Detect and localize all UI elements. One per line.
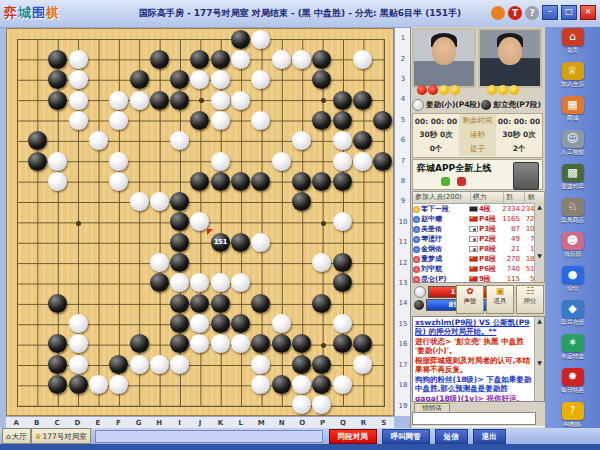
black-stone <box>190 50 209 69</box>
black-stone <box>231 172 250 191</box>
black-stone <box>231 233 250 252</box>
black-stone <box>373 152 392 171</box>
white-stone <box>170 355 189 374</box>
black-stone <box>150 273 169 292</box>
tab-lobby-label: 大厅 <box>12 430 27 443</box>
white-stone <box>353 152 372 171</box>
black-stone-icon <box>414 300 424 310</box>
header-participants: 参加人员(200) <box>413 192 471 203</box>
black-player-photo <box>478 28 542 88</box>
white-player-roses <box>417 85 460 95</box>
minimize-button[interactable]: – <box>542 5 558 20</box>
black-stone <box>211 172 230 191</box>
black-stone <box>312 70 331 89</box>
white-stone <box>312 395 331 414</box>
white-stone <box>69 314 88 333</box>
呼叫网管-button[interactable]: 呼叫网管 <box>382 429 430 444</box>
black-stone <box>170 253 189 272</box>
white-stone <box>211 273 230 292</box>
white-stone <box>69 50 88 69</box>
list-rows: 零下一段4段23342340赵中耀P4段1165722吴垂佑P3段87101琴迣… <box>413 204 544 284</box>
medal-icon <box>413 276 420 283</box>
black-stone <box>231 30 250 49</box>
white-stone <box>231 334 250 353</box>
black-timer-value: 2个 <box>496 144 542 154</box>
black-player-name-box: 彭立尧(P7段) <box>480 98 544 112</box>
black-stone <box>312 50 331 69</box>
participant-list: 参加人员(200) 棋力 胜 败 零下一段4段23342340赵中耀P4段116… <box>412 191 545 283</box>
medal-icon <box>413 216 420 223</box>
black-stone <box>292 355 311 374</box>
flag-icon <box>469 236 478 242</box>
white-stone <box>251 111 270 130</box>
black-stone <box>170 212 189 231</box>
black-stone <box>333 334 352 353</box>
black-stone <box>170 334 189 353</box>
hand-icon[interactable] <box>491 6 505 20</box>
black-stone <box>211 50 230 69</box>
rose-icon <box>487 85 497 95</box>
white-stone <box>150 253 169 272</box>
black-stone <box>190 294 209 313</box>
chat-input[interactable] <box>412 412 536 425</box>
black-stone <box>333 273 352 292</box>
button-icon: ☷ <box>517 286 543 297</box>
white-stone <box>251 70 270 89</box>
black-stone <box>48 294 67 313</box>
sidebar-menu: ⌂首页♕加入会员▦商城☺人工智能▩便捷对弈♘弈具商店☻俱乐部●论坛◆弈豆充值✶幸… <box>545 27 600 428</box>
black-stone <box>292 192 311 211</box>
stones-layer: 151 <box>7 29 393 415</box>
sidebar-item-商城[interactable]: ▦商城 <box>545 96 600 129</box>
header-rank: 棋力 <box>471 192 504 203</box>
white-stone <box>109 111 128 130</box>
white-stone <box>69 70 88 89</box>
white-stone <box>109 375 128 394</box>
black-stone <box>150 50 169 69</box>
sidebar-item-加入会员[interactable]: ♕加入会员 <box>545 62 600 95</box>
black-stone <box>109 355 128 374</box>
white-stone <box>272 314 291 333</box>
white-stone-icon <box>412 99 424 111</box>
sidebar-item-弈具商店[interactable]: ♘弈具商店 <box>545 198 600 231</box>
white-stone <box>130 192 149 211</box>
go-client-window: 弈城围棋 国际高手房 - 177号对局室 对局结束 - (黑 中盘胜) - 分先… <box>0 0 600 450</box>
sidebar-item-人工智能[interactable]: ☺人工智能 <box>545 130 600 163</box>
white-stone <box>130 91 149 110</box>
bottom-bar: ⌂大厅 ♛177号对局室 同段对局呼叫网管短信退出 <box>0 428 600 444</box>
list-item[interactable]: 昆仑(P)9段11556 <box>413 274 544 284</box>
timer-label: 提子 <box>459 142 496 156</box>
black-stone <box>353 91 372 110</box>
go-board[interactable]: 151 <box>6 28 394 416</box>
white-stone <box>89 131 108 150</box>
black-timer-value: 30秒 0次 <box>496 130 542 140</box>
list-item[interactable]: 赵中耀P4段1165722 <box>413 214 544 224</box>
white-stone <box>231 50 250 69</box>
medal-icon <box>413 226 420 233</box>
white-stone <box>251 233 270 252</box>
white-stone <box>333 131 352 150</box>
black-stone <box>333 172 352 191</box>
white-stone <box>211 70 230 89</box>
list-item[interactable]: 琴迣玗P2段4977 <box>413 234 544 244</box>
rose-icon <box>498 85 508 95</box>
white-stone <box>109 91 128 110</box>
black-stone <box>333 91 352 110</box>
black-stone <box>150 91 169 110</box>
flag-icon <box>469 276 478 282</box>
apple-icon <box>457 177 466 186</box>
退出-button[interactable]: 退出 <box>473 429 506 444</box>
white-stone <box>48 172 67 191</box>
black-stone <box>48 355 67 374</box>
app-banner[interactable]: 弈城APP全新上线 <box>412 159 543 190</box>
crown-icon: ♛ <box>35 430 42 443</box>
sidebar-item-俱乐部[interactable]: ☻俱乐部 <box>545 232 600 265</box>
black-stone <box>48 91 67 110</box>
timer-label: 剩余时间 <box>459 114 496 128</box>
black-player-name: 彭立尧(P7段) <box>493 100 541 110</box>
black-stone <box>28 131 47 150</box>
black-stone <box>130 70 149 89</box>
短信-button[interactable]: 短信 <box>435 429 468 444</box>
white-stone <box>109 152 128 171</box>
header-losses: 败 <box>525 192 544 203</box>
white-stone <box>109 172 128 191</box>
flag-icon <box>469 256 478 262</box>
black-stone <box>211 314 230 333</box>
white-stone <box>130 355 149 374</box>
help-icon[interactable]: ? <box>525 6 539 20</box>
black-stone <box>251 334 270 353</box>
black-stone <box>333 253 352 272</box>
black-stone <box>353 334 372 353</box>
message-input[interactable] <box>95 430 323 443</box>
商城-icon: ▦ <box>562 96 584 114</box>
flag-icon <box>469 226 478 232</box>
black-stone <box>333 111 352 130</box>
white-stone <box>69 111 88 130</box>
rose-icon <box>428 85 438 95</box>
black-stone <box>251 294 270 313</box>
chat-message: 狗狗的粉丝(18级)> 下盘如果姜勋中盘胜,那么预测盘是姜勋胜 <box>413 374 544 393</box>
white-stone <box>292 395 311 414</box>
弈具商店-icon: ♘ <box>562 198 584 216</box>
chat-message: xswzhlm(P9段) VS 公斯凯(P9段) 的押分对局开始。** <box>413 317 544 336</box>
chat-message: 根据弈城规则及对局者的认可,本结果将不再反复。 <box>413 355 544 374</box>
timer-label: 读秒 <box>459 128 496 142</box>
list-item[interactable]: 零下一段4段23342340 <box>413 204 544 214</box>
white-stone <box>231 273 250 292</box>
sidebar-item-首页[interactable]: ⌂首页 <box>545 28 600 61</box>
加入会员-icon: ♕ <box>562 62 584 80</box>
chat-message: gaga(18级)(1v)> 祝你好运。 <box>413 393 544 402</box>
white-player-name-box: 姜勋(小)(P4段) <box>411 98 480 112</box>
home-icon: ⌂ <box>6 430 11 443</box>
black-stone: 151 <box>211 233 230 252</box>
white-stone <box>89 375 108 394</box>
medal-icon <box>413 266 420 273</box>
black-stone <box>190 111 209 130</box>
black-stone-icon <box>481 100 491 110</box>
black-stone <box>48 70 67 89</box>
black-stone <box>312 355 331 374</box>
white-stone <box>292 50 311 69</box>
black-stone <box>170 91 189 110</box>
black-stone <box>170 294 189 313</box>
white-stone <box>292 131 311 150</box>
white-stone-icon <box>414 286 426 298</box>
black-stone <box>312 294 331 313</box>
AI教练-icon: ? <box>562 402 584 420</box>
black-stone <box>251 172 270 191</box>
black-stone <box>312 111 331 130</box>
white-stone <box>353 355 372 374</box>
white-stone <box>211 91 230 110</box>
论坛-icon: ● <box>562 266 584 284</box>
white-stone <box>69 355 88 374</box>
white-stone <box>211 152 230 171</box>
list-item[interactable]: 刘宇航P6段740513 <box>413 264 544 274</box>
black-stone <box>190 172 209 191</box>
status-strip <box>0 444 600 450</box>
timer-panel: 00: 00: 00剩余时间00: 00: 0030秒 0次读秒30秒 0次0个… <box>412 113 543 158</box>
white-stone <box>333 314 352 333</box>
white-stone <box>190 314 209 333</box>
black-timer-value: 00: 00: 00 <box>496 117 542 126</box>
window-title: 国际高手房 - 177号对局室 对局结束 - (黑 中盘胜) - 分先: 黑贴6… <box>120 7 480 20</box>
white-stone <box>69 334 88 353</box>
phone-image <box>513 162 539 190</box>
white-stone <box>150 355 169 374</box>
white-stone <box>353 50 372 69</box>
right-panel: 姜勋(小)(P4段) 彭立尧(P7段) 00: 00: 00剩余时间00: 00… <box>410 27 545 428</box>
flag-icon <box>469 216 478 222</box>
每日特惠-icon: ✸ <box>562 368 584 386</box>
bottom-buttons: 同段对局呼叫网管短信退出 <box>329 429 506 444</box>
sidebar-item-幸运转盘[interactable]: ✶幸运转盘 <box>545 334 600 367</box>
black-stone <box>312 375 331 394</box>
medal-icon <box>413 206 420 213</box>
white-player-photo <box>412 28 476 88</box>
white-stone <box>272 50 291 69</box>
black-stone <box>272 334 291 353</box>
sidebar-item-便捷对弈[interactable]: ▩便捷对弈 <box>545 164 600 197</box>
black-stone <box>272 375 291 394</box>
white-stone <box>69 91 88 110</box>
black-stone <box>170 70 189 89</box>
black-stone <box>28 152 47 171</box>
maximize-button[interactable]: □ <box>561 5 577 20</box>
black-stone <box>211 294 230 313</box>
button-icon: ▣ <box>487 286 513 297</box>
black-stone <box>292 172 311 191</box>
幸运转盘-icon: ✶ <box>562 334 584 352</box>
medal-icon <box>413 256 420 263</box>
list-scrollbar[interactable]: ▲▼ <box>534 203 544 282</box>
人工智能-icon: ☺ <box>562 130 584 148</box>
android-icon <box>441 177 450 186</box>
white-stone <box>190 334 209 353</box>
flag-icon <box>469 246 478 252</box>
black-stone <box>231 314 250 333</box>
white-stone <box>170 131 189 150</box>
black-stone <box>69 375 88 394</box>
flag-icon <box>469 206 478 212</box>
white-stone <box>333 152 352 171</box>
black-stone <box>373 111 392 130</box>
black-stone <box>170 314 189 333</box>
white-stone <box>231 91 250 110</box>
close-button[interactable]: ✕ <box>580 5 596 20</box>
black-stone <box>48 50 67 69</box>
声援-button[interactable]: ✿声援 <box>456 285 484 314</box>
便捷对弈-icon: ▩ <box>562 164 584 182</box>
vote-buttons: ✿声援▣道具☷押分 <box>456 285 544 314</box>
tab-lobby[interactable]: ⌂大厅 <box>2 428 31 444</box>
tygem-icon[interactable]: T <box>508 6 522 20</box>
white-stone <box>211 334 230 353</box>
sidebar-item-每日特惠[interactable]: ✸每日特惠 <box>545 368 600 401</box>
俱乐部-icon: ☻ <box>562 232 584 250</box>
tab-room-label: 177号对局室 <box>43 430 87 443</box>
white-stone <box>251 375 270 394</box>
white-stone <box>190 273 209 292</box>
white-player-name: 姜勋(小)(P4段) <box>426 100 480 110</box>
list-item[interactable]: 金炯佑P8段2110 <box>413 244 544 254</box>
player-names: 姜勋(小)(P4段) 彭立尧(P7段) <box>411 98 544 112</box>
rose-icon <box>439 85 449 95</box>
white-stone <box>211 111 230 130</box>
rose-icon <box>509 85 519 95</box>
black-stone <box>170 233 189 252</box>
black-player-roses <box>487 85 519 95</box>
vote-panel: 11% 89% ✿声援▣道具☷押分 <box>412 285 545 315</box>
move-number: 151 <box>211 233 230 252</box>
rose-icon <box>417 85 427 95</box>
white-stone <box>292 375 311 394</box>
flag-icon <box>469 266 478 272</box>
white-timer-value: 0个 <box>413 144 459 154</box>
header-wins: 胜 <box>504 192 526 203</box>
chat-area[interactable]: xswzhlm(P9段) VS 公斯凯(P9段) 的押分对局开始。**进行状态>… <box>412 316 545 402</box>
white-stone <box>251 30 270 49</box>
black-stone <box>292 334 311 353</box>
list-item[interactable]: 童梦成P8段270188 <box>413 254 544 264</box>
white-stone <box>272 152 291 171</box>
title-icon-group: T ? – □ ✕ <box>491 5 596 20</box>
medal-icon <box>413 246 420 253</box>
black-stone <box>170 192 189 211</box>
white-stone <box>190 70 209 89</box>
sidebar-item-论坛[interactable]: ●论坛 <box>545 266 600 299</box>
道具-button[interactable]: ▣道具 <box>486 285 514 314</box>
white-timer-value: 30秒 0次 <box>413 130 459 140</box>
white-stone <box>333 375 352 394</box>
list-header: 参加人员(200) 棋力 胜 败 <box>413 192 544 204</box>
white-stone <box>150 192 169 211</box>
app-logo: 弈城围棋 <box>4 4 60 22</box>
list-item[interactable]: 吴垂佑P3段87101 <box>413 224 544 234</box>
white-stone <box>333 212 352 231</box>
medal-icon <box>413 236 420 243</box>
tab-room[interactable]: ♛177号对局室 <box>31 428 91 444</box>
white-stone <box>170 273 189 292</box>
rose-icon <box>450 85 460 95</box>
black-stone <box>353 131 372 150</box>
white-stone <box>48 152 67 171</box>
弈豆充值-icon: ◆ <box>562 300 584 318</box>
同段对局-button[interactable]: 同段对局 <box>329 429 377 444</box>
押分-button[interactable]: ☷押分 <box>516 285 544 314</box>
sidebar-item-弈豆充值[interactable]: ◆弈豆充值 <box>545 300 600 333</box>
black-stone <box>130 334 149 353</box>
chat-scrollbar[interactable]: ▲▼ <box>534 317 544 401</box>
white-timer-value: 00: 00: 00 <box>413 117 459 126</box>
button-icon: ✿ <box>457 286 483 297</box>
black-stone <box>48 334 67 353</box>
white-stone <box>251 355 270 374</box>
chat-message: 进行状态> '彭立尧' 执黑 中盘胜 '姜勋(小)'。 <box>413 336 544 355</box>
row-labels: 12345678910111213141516171819 <box>394 28 411 416</box>
black-stone <box>48 375 67 394</box>
white-stone <box>312 253 331 272</box>
首页-icon: ⌂ <box>562 28 584 46</box>
title-bar: 弈城围棋 国际高手房 - 177号对局室 对局结束 - (黑 中盘胜) - 分先… <box>0 0 600 28</box>
black-stone <box>312 172 331 191</box>
